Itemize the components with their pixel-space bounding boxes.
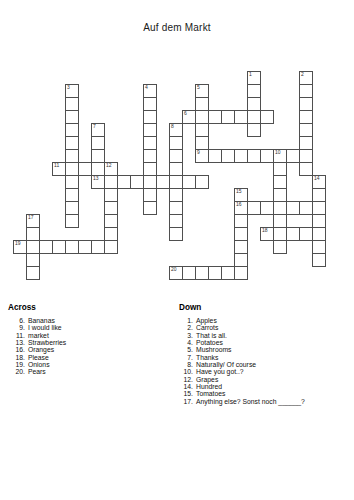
grid-cell-r11c7[interactable] — [104, 214, 118, 228]
grid-cell-r6c20[interactable]: 10 — [273, 149, 287, 163]
cell-number-6: 6 — [184, 111, 187, 116]
grid-cell-r13c0[interactable]: 19 — [13, 240, 27, 254]
grid-cell-r13c23[interactable] — [312, 240, 326, 254]
clue-number: 12. — [171, 376, 193, 383]
clue-text: Carrots — [196, 324, 218, 331]
grid-cell-r4c14[interactable] — [195, 123, 209, 137]
clue-text: Naturally/ Of course — [196, 361, 256, 368]
clue-down-12: 12.Grapes — [171, 376, 354, 383]
grid-cell-r5c6[interactable] — [91, 136, 105, 150]
clue-number: 16. — [0, 346, 25, 353]
grid-cell-r4c6[interactable]: 7 — [91, 123, 105, 137]
grid-cell-r7c12[interactable] — [169, 162, 183, 176]
puzzle-title: Auf dem Markt — [0, 22, 354, 33]
grid-cell-r6c6[interactable] — [91, 149, 105, 163]
clue-text: Anything else? Sonst noch ______? — [196, 398, 305, 405]
grid-cell-r3c14[interactable] — [195, 110, 209, 124]
grid-cell-r6c21[interactable] — [286, 149, 300, 163]
grid-cell-r3c16[interactable] — [221, 110, 235, 124]
worksheet-page: Auf dem Markt 12345671389101112141516171… — [0, 0, 354, 500]
cell-number-18: 18 — [262, 228, 268, 233]
grid-cell-r13c3[interactable] — [52, 240, 66, 254]
grid-cell-r10c4[interactable] — [65, 201, 79, 215]
grid-cell-r1c14[interactable]: 5 — [195, 84, 209, 98]
grid-cell-r2c22[interactable] — [299, 97, 313, 111]
grid-cell-r14c1[interactable] — [26, 253, 40, 267]
grid-cell-r12c21[interactable] — [286, 227, 300, 241]
grid-cell-r7c5[interactable] — [78, 162, 92, 176]
grid-cell-r10c21[interactable] — [286, 201, 300, 215]
grid-cell-r3c22[interactable] — [299, 110, 313, 124]
clue-across-18: 18.Please — [0, 354, 170, 361]
grid-cell-r10c12[interactable] — [169, 201, 183, 215]
clue-number: 18. — [0, 354, 25, 361]
grid-cell-r9c10[interactable] — [143, 188, 157, 202]
grid-cell-r8c11[interactable] — [156, 175, 170, 189]
grid-cell-r13c5[interactable] — [78, 240, 92, 254]
clue-across-13: 13.Strawberries — [0, 339, 170, 346]
grid-cell-r9c12[interactable] — [169, 188, 183, 202]
clue-text: Potatoes — [196, 339, 223, 346]
grid-cell-r6c15[interactable] — [208, 149, 222, 163]
clue-text: Mushrooms — [196, 346, 232, 353]
grid-cell-r13c6[interactable] — [91, 240, 105, 254]
clue-number: 7. — [171, 354, 193, 361]
grid-cell-r12c7[interactable] — [104, 227, 118, 241]
clue-down-3: 3.That is all. — [171, 332, 354, 339]
clue-number: 2. — [171, 324, 193, 331]
across-clue-list: 6.Bananas9.I would like11.market13.Straw… — [0, 317, 170, 376]
grid-cell-r2c18[interactable] — [247, 97, 261, 111]
clue-number: 8. — [171, 361, 193, 368]
clue-text: Tomatoes — [196, 390, 225, 397]
cell-number-4: 4 — [145, 85, 148, 90]
cell-number-11: 11 — [54, 163, 59, 168]
grid-cell-r5c14[interactable] — [195, 136, 209, 150]
grid-cell-r1c10[interactable]: 4 — [143, 84, 157, 98]
grid-cell-r7c7[interactable]: 12 — [104, 162, 118, 176]
clue-number: 3. — [171, 332, 193, 339]
cell-number-19: 19 — [15, 241, 21, 246]
grid-cell-r11c20[interactable] — [273, 214, 287, 228]
clue-text: Hundred — [196, 383, 222, 390]
grid-cell-r14c17[interactable] — [234, 253, 248, 267]
grid-cell-r8c6[interactable]: 13 — [91, 175, 105, 189]
grid-cell-r6c14[interactable]: 9 — [195, 149, 209, 163]
grid-cell-r7c20[interactable] — [273, 162, 287, 176]
clue-text: Oranges — [28, 346, 54, 353]
grid-cell-r13c4[interactable] — [65, 240, 79, 254]
grid-cell-r4c4[interactable] — [65, 123, 79, 137]
cell-number-2: 2 — [301, 72, 304, 77]
clue-down-17: 17.Anything else? Sonst noch ______? — [171, 398, 354, 405]
grid-cell-r4c10[interactable] — [143, 123, 157, 137]
grid-cell-r12c19[interactable]: 18 — [260, 227, 274, 241]
clue-text: That is all. — [196, 332, 227, 339]
grid-cell-r4c22[interactable] — [299, 123, 313, 137]
clue-text: Please — [28, 354, 49, 361]
cell-number-12: 12 — [106, 163, 112, 168]
grid-cell-r9c4[interactable] — [65, 188, 79, 202]
grid-cell-r3c13[interactable]: 6 — [182, 110, 196, 124]
crossword-grid: 1234567138910111214151617181920 — [13, 71, 326, 280]
grid-cell-r1c4[interactable]: 3 — [65, 84, 79, 98]
clue-down-5: 5.Mushrooms — [171, 346, 354, 353]
clue-text: Bananas — [28, 317, 55, 324]
grid-cell-r8c10[interactable] — [143, 175, 157, 189]
grid-cell-r12c22[interactable] — [299, 227, 313, 241]
cell-number-8: 8 — [171, 124, 174, 129]
down-clue-list: 1.Apples2.Carrots3.That is all.4.Potatoe… — [171, 317, 354, 405]
grid-cell-r6c4[interactable] — [65, 149, 79, 163]
cell-number-20: 20 — [171, 267, 177, 272]
clue-down-14: 14.Hundred — [171, 383, 354, 390]
grid-cell-r9c17[interactable]: 15 — [234, 188, 248, 202]
grid-cell-r3c19[interactable] — [260, 110, 274, 124]
grid-cell-r12c17[interactable] — [234, 227, 248, 241]
grid-cell-r9c23[interactable] — [312, 188, 326, 202]
grid-cell-r0c22[interactable]: 2 — [299, 71, 313, 85]
clue-across-6: 6.Bananas — [0, 317, 170, 324]
grid-cell-r3c10[interactable] — [143, 110, 157, 124]
grid-cell-r4c18[interactable] — [247, 123, 261, 137]
clue-across-9: 9.I would like — [0, 324, 170, 331]
clue-down-15: 15.Tomatoes — [171, 390, 354, 397]
grid-cell-r11c23[interactable] — [312, 214, 326, 228]
grid-cell-r3c15[interactable] — [208, 110, 222, 124]
clue-down-1: 1.Apples — [171, 317, 354, 324]
clue-number: 9. — [0, 324, 25, 331]
cell-number-13: 13 — [93, 176, 99, 181]
clue-number: 20. — [0, 368, 25, 375]
grid-cell-r14c23[interactable] — [312, 253, 326, 267]
grid-cell-r8c14[interactable] — [195, 175, 209, 189]
clue-number: 15. — [171, 390, 193, 397]
grid-cell-r1c22[interactable] — [299, 84, 313, 98]
grid-cell-r7c22[interactable] — [299, 162, 313, 176]
grid-cell-r10c20[interactable] — [273, 201, 287, 215]
clue-across-11: 11.market — [0, 332, 170, 339]
grid-cell-r15c12[interactable]: 20 — [169, 266, 183, 280]
grid-cell-r3c17[interactable] — [234, 110, 248, 124]
grid-cell-r10c7[interactable] — [104, 201, 118, 215]
grid-cell-r4c12[interactable]: 8 — [169, 123, 183, 137]
grid-cell-r13c1[interactable] — [26, 240, 40, 254]
clue-number: 17. — [171, 398, 193, 405]
cell-number-17: 17 — [28, 215, 34, 220]
grid-cell-r8c23[interactable]: 14 — [312, 175, 326, 189]
clue-down-7: 7.Thanks — [171, 354, 354, 361]
grid-cell-r1c18[interactable] — [247, 84, 261, 98]
clue-number: 19. — [0, 361, 25, 368]
grid-cell-r11c1[interactable]: 17 — [26, 214, 40, 228]
grid-cell-r7c10[interactable] — [143, 162, 157, 176]
clue-text: Have you got..? — [196, 368, 244, 375]
grid-cell-r3c18[interactable] — [247, 110, 261, 124]
grid-cell-r8c8[interactable] — [117, 175, 131, 189]
grid-cell-r3c4[interactable] — [65, 110, 79, 124]
grid-cell-r11c17[interactable] — [234, 214, 248, 228]
clue-text: Grapes — [196, 376, 218, 383]
grid-cell-r13c20[interactable] — [273, 240, 287, 254]
grid-cell-r15c16[interactable] — [221, 266, 235, 280]
clue-across-16: 16.Oranges — [0, 346, 170, 353]
grid-cell-r2c10[interactable] — [143, 97, 157, 111]
clue-down-8: 8.Naturally/ Of course — [171, 361, 354, 368]
grid-cell-r7c4[interactable] — [65, 162, 79, 176]
grid-cell-r5c4[interactable] — [65, 136, 79, 150]
grid-cell-r6c19[interactable] — [260, 149, 274, 163]
grid-cell-r5c22[interactable] — [299, 136, 313, 150]
grid-cell-r10c22[interactable] — [299, 201, 313, 215]
grid-cell-r12c20[interactable] — [273, 227, 287, 241]
grid-cell-r10c18[interactable] — [247, 201, 261, 215]
grid-cell-r15c1[interactable] — [26, 266, 40, 280]
grid-cell-r2c4[interactable] — [65, 97, 79, 111]
grid-cell-r15c13[interactable] — [182, 266, 196, 280]
grid-cell-r10c23[interactable] — [312, 201, 326, 215]
grid-cell-r10c17[interactable]: 16 — [234, 201, 248, 215]
clue-down-2: 2.Carrots — [171, 324, 354, 331]
grid-cell-r10c19[interactable] — [260, 201, 274, 215]
grid-cell-r6c12[interactable] — [169, 149, 183, 163]
clue-number: 11. — [0, 332, 25, 339]
clue-text: I would like — [28, 324, 62, 331]
grid-cell-r7c3[interactable]: 11 — [52, 162, 66, 176]
down-header: Down — [179, 303, 201, 312]
grid-cell-r13c17[interactable] — [234, 240, 248, 254]
grid-cell-r7c6[interactable] — [91, 162, 105, 176]
grid-cell-r0c18[interactable]: 1 — [247, 71, 261, 85]
clue-number: 10. — [171, 368, 193, 375]
grid-cell-r15c17[interactable] — [234, 266, 248, 280]
clue-across-19: 19.Onions — [0, 361, 170, 368]
cell-number-16: 16 — [236, 202, 242, 207]
grid-cell-r8c4[interactable] — [65, 175, 79, 189]
grid-cell-r6c18[interactable] — [247, 149, 261, 163]
clue-number: 13. — [0, 339, 25, 346]
cell-number-7: 7 — [93, 124, 96, 129]
grid-cell-r8c9[interactable] — [130, 175, 144, 189]
grid-cell-r10c10[interactable] — [143, 201, 157, 215]
clue-text: Strawberries — [28, 339, 66, 346]
cell-number-10: 10 — [275, 150, 281, 155]
grid-cell-r6c16[interactable] — [221, 149, 235, 163]
grid-cell-r8c7[interactable] — [104, 175, 118, 189]
clue-number: 5. — [171, 346, 193, 353]
grid-cell-r13c7[interactable] — [104, 240, 118, 254]
cell-number-14: 14 — [314, 176, 320, 181]
clue-number: 4. — [171, 339, 193, 346]
cell-number-5: 5 — [197, 85, 200, 90]
grid-cell-r12c12[interactable] — [169, 227, 183, 241]
grid-cell-r11c12[interactable] — [169, 214, 183, 228]
grid-cell-r11c4[interactable] — [65, 214, 79, 228]
grid-cell-r6c10[interactable] — [143, 149, 157, 163]
clue-text: Pears — [28, 368, 46, 375]
grid-cell-r5c10[interactable] — [143, 136, 157, 150]
clue-number: 1. — [171, 317, 193, 324]
grid-cell-r8c20[interactable] — [273, 175, 287, 189]
grid-cell-r15c14[interactable] — [195, 266, 209, 280]
grid-cell-r6c22[interactable] — [299, 149, 313, 163]
cell-number-9: 9 — [197, 150, 200, 155]
grid-cell-r6c17[interactable] — [234, 149, 248, 163]
grid-cell-r8c12[interactable] — [169, 175, 183, 189]
grid-cell-r9c20[interactable] — [273, 188, 287, 202]
cell-number-3: 3 — [67, 85, 70, 90]
grid-cell-r2c14[interactable] — [195, 97, 209, 111]
grid-cell-r5c12[interactable] — [169, 136, 183, 150]
clue-text: Thanks — [196, 354, 218, 361]
grid-cell-r12c23[interactable] — [312, 227, 326, 241]
across-header: Across — [8, 303, 36, 312]
cell-number-15: 15 — [236, 189, 242, 194]
cell-number-1: 1 — [249, 72, 252, 77]
grid-cell-r15c15[interactable] — [208, 266, 222, 280]
clue-across-20: 20.Pears — [0, 368, 170, 375]
clue-text: Onions — [28, 361, 50, 368]
grid-cell-r12c1[interactable] — [26, 227, 40, 241]
clue-number: 6. — [0, 317, 25, 324]
clue-down-10: 10.Have you got..? — [171, 368, 354, 375]
clue-text: Apples — [196, 317, 217, 324]
grid-cell-r9c7[interactable] — [104, 188, 118, 202]
clue-text: market — [28, 332, 49, 339]
clue-down-4: 4.Potatoes — [171, 339, 354, 346]
grid-cell-r8c13[interactable] — [182, 175, 196, 189]
grid-cell-r13c2[interactable] — [39, 240, 53, 254]
clue-number: 14. — [171, 383, 193, 390]
